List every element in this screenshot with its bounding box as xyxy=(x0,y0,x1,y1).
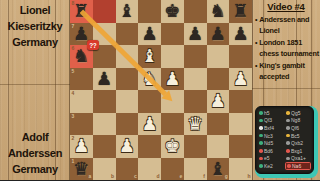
bullet-icon: • xyxy=(255,61,257,82)
player-bottom-label: Adolf Anderssen Germany xyxy=(0,129,70,177)
file-label-f: f xyxy=(203,174,205,179)
square-c6[interactable] xyxy=(116,45,139,68)
black-pawn[interactable]: ♟ xyxy=(184,23,207,46)
move-entry-13b[interactable]: Qg5 xyxy=(285,109,311,117)
square-f8[interactable] xyxy=(184,0,207,23)
square-d8[interactable] xyxy=(138,0,161,23)
move-text: Ng8 xyxy=(291,117,300,123)
move-text: Qf6 xyxy=(291,125,299,131)
black-queen[interactable]: ♛ xyxy=(70,158,93,181)
move-entry-18w[interactable]: Bd6 xyxy=(258,147,284,155)
move-text: Bxf4 xyxy=(264,125,274,131)
move-entry-13w[interactable]: h5 xyxy=(258,109,284,117)
square-b1[interactable]: b xyxy=(93,158,116,181)
square-e3[interactable] xyxy=(161,113,184,136)
move-text: Nd5 xyxy=(264,140,273,146)
bullet-icon: • xyxy=(255,38,257,59)
square-d1[interactable]: d xyxy=(138,158,161,181)
black-bishop[interactable]: ♝ xyxy=(207,158,230,181)
square-e4[interactable] xyxy=(161,90,184,113)
square-f1[interactable]: f xyxy=(184,158,207,181)
move-text: Qg5 xyxy=(291,110,300,116)
square-e1[interactable]: e xyxy=(161,158,184,181)
square-f2[interactable] xyxy=(184,135,207,158)
move-text: Bd6 xyxy=(264,148,273,154)
square-g4[interactable]: ♟ xyxy=(207,90,230,113)
move-text: Qf3 xyxy=(264,117,272,123)
move-text: Qxb2 xyxy=(291,140,303,146)
black-pawn[interactable]: ♟ xyxy=(138,23,161,46)
move-text: Qxa1+ xyxy=(291,155,306,161)
black-pawn[interactable]: ♟ xyxy=(207,23,230,46)
square-a3[interactable]: 3 xyxy=(70,113,93,136)
wood-seam xyxy=(0,84,70,85)
notes-item: • Anderssen and Lionel xyxy=(255,15,320,36)
move-entry-16b[interactable]: Bc5 xyxy=(285,132,311,140)
move-eval-icon xyxy=(286,126,290,130)
player-bottom-last-name: Anderssen xyxy=(0,145,70,161)
move-entry-20w[interactable]: Ke2 xyxy=(258,162,284,170)
square-d6[interactable]: ♝ xyxy=(138,45,161,68)
move-text: Na6 xyxy=(292,163,301,169)
player-top-last-name: Kieseritzky xyxy=(0,18,70,34)
move-entry-20b[interactable]: Na6 xyxy=(285,162,311,170)
move-eval-icon xyxy=(259,126,263,130)
square-h6[interactable] xyxy=(229,45,252,68)
square-h8[interactable]: ♜ xyxy=(229,0,252,23)
square-f6[interactable] xyxy=(184,45,207,68)
player-bottom-country: Germany xyxy=(0,161,70,177)
move-entry-15w[interactable]: Bxf4 xyxy=(258,124,284,132)
rank-label-5: 5 xyxy=(72,69,75,74)
square-c4[interactable] xyxy=(116,90,139,113)
square-c2[interactable]: ♟ xyxy=(116,135,139,158)
move-entry-19b[interactable]: Qxa1+ xyxy=(285,155,311,163)
square-e6[interactable] xyxy=(161,45,184,68)
move-text: h5 xyxy=(264,110,270,116)
square-a4[interactable]: 4 xyxy=(70,90,93,113)
square-b8[interactable] xyxy=(93,0,116,23)
player-bottom-first-name: Adolf xyxy=(0,129,70,145)
square-d2[interactable] xyxy=(138,135,161,158)
square-g2[interactable] xyxy=(207,135,230,158)
move-entry-16w[interactable]: Nc3 xyxy=(258,132,284,140)
move-text: e5 xyxy=(264,155,270,161)
file-label-h: h xyxy=(247,174,250,179)
square-c8[interactable]: ♝ xyxy=(116,0,139,23)
rank-label-4: 4 xyxy=(72,91,75,96)
square-f4[interactable] xyxy=(184,90,207,113)
square-d3[interactable]: ♟ xyxy=(138,113,161,136)
square-f5[interactable] xyxy=(184,68,207,91)
move-entry-19w[interactable]: e5 xyxy=(258,155,284,163)
move-eval-icon xyxy=(259,141,263,145)
move-entry-17b[interactable]: Qxb2 xyxy=(285,139,311,147)
move-eval-icon xyxy=(286,111,290,115)
black-king[interactable]: ♚ xyxy=(161,0,184,23)
square-h5[interactable]: ♟ xyxy=(229,68,252,91)
move-eval-icon xyxy=(286,119,290,123)
move-list: h5Qg5Qf3Ng8Bxf4Qf6Nc3Bc5Nd5Qxb2Bd6Bxg1e5… xyxy=(258,109,311,171)
square-f7[interactable]: ♟ xyxy=(184,23,207,46)
move-entry-14w[interactable]: Qf3 xyxy=(258,117,284,125)
square-g1[interactable]: g♝ xyxy=(207,158,230,181)
square-b3[interactable] xyxy=(93,113,116,136)
notes-item-text: London 1851 chess tournament xyxy=(259,38,320,59)
blunder-badge-text: ?? xyxy=(89,42,96,49)
white-pawn[interactable]: ♟ xyxy=(138,113,161,136)
notes-list: • Anderssen and Lionel • London 1851 che… xyxy=(252,15,320,82)
square-a5[interactable]: 5 xyxy=(70,68,93,91)
square-h4[interactable] xyxy=(229,90,252,113)
player-top-first-name: Lionel xyxy=(0,2,70,18)
square-g6[interactable] xyxy=(207,45,230,68)
square-e2[interactable]: ♚ xyxy=(161,135,184,158)
file-label-d: d xyxy=(156,174,159,179)
file-label-c: c xyxy=(134,174,137,179)
square-e7[interactable] xyxy=(161,23,184,46)
move-entry-14b[interactable]: Ng8 xyxy=(285,117,311,125)
square-c7[interactable] xyxy=(116,23,139,46)
square-c1[interactable]: c xyxy=(116,158,139,181)
move-eval-icon xyxy=(259,164,263,168)
move-eval-icon xyxy=(259,157,263,161)
square-a1[interactable]: 1a♛ xyxy=(70,158,93,181)
blunder-badge: ?? xyxy=(87,40,99,50)
black-rook[interactable]: ♜ xyxy=(229,0,252,23)
black-bishop[interactable]: ♝ xyxy=(116,0,139,23)
square-d5[interactable]: ♞ xyxy=(138,68,161,91)
chess-board: 8♜♝♚♞♜7♟♟♟♟♟6♞♝5♟♞♟♟4♟3♟♛2♟♟♚1a♛bcdefg♝h xyxy=(70,0,252,180)
square-g3[interactable] xyxy=(207,113,230,136)
move-text: Bc5 xyxy=(291,133,300,139)
black-rook[interactable]: ♜ xyxy=(70,0,93,23)
square-b4[interactable] xyxy=(93,90,116,113)
square-g5[interactable] xyxy=(207,68,230,91)
video-notes-panel: Video #4 • Anderssen and Lionel • London… xyxy=(252,1,320,84)
move-text: Ke2 xyxy=(264,163,273,169)
square-h3[interactable] xyxy=(229,113,252,136)
move-eval-icon xyxy=(259,149,263,153)
move-eval-icon xyxy=(259,134,263,138)
square-a8[interactable]: 8♜ xyxy=(70,0,93,23)
move-entry-18b[interactable]: Bxg1 xyxy=(285,147,311,155)
notes-item: • King's gambit accepted xyxy=(255,61,320,82)
square-e8[interactable]: ♚ xyxy=(161,0,184,23)
move-eval-icon xyxy=(287,164,291,168)
move-eval-icon xyxy=(286,141,290,145)
file-label-b: b xyxy=(111,174,114,179)
white-king[interactable]: ♚ xyxy=(161,135,184,158)
square-a2[interactable]: 2♟ xyxy=(70,135,93,158)
move-list-card: h5Qg5Qf3Ng8Bxf4Qf6Nc3Bc5Nd5Qxb2Bd6Bxg1e5… xyxy=(255,106,314,174)
player-top-country: Germany xyxy=(0,34,70,50)
move-eval-icon xyxy=(286,134,290,138)
square-d7[interactable]: ♟ xyxy=(138,23,161,46)
square-c3[interactable] xyxy=(116,113,139,136)
notes-item: • London 1851 chess tournament xyxy=(255,38,320,59)
notes-item-text: Anderssen and Lionel xyxy=(259,15,320,36)
black-knight[interactable]: ♞ xyxy=(207,0,230,23)
white-pawn[interactable]: ♟ xyxy=(207,90,230,113)
square-c5[interactable] xyxy=(116,68,139,91)
square-d4[interactable] xyxy=(138,90,161,113)
move-entry-15b[interactable]: Qf6 xyxy=(285,124,311,132)
white-pawn[interactable]: ♟ xyxy=(116,135,139,158)
move-eval-icon xyxy=(286,157,290,161)
square-g7[interactable]: ♟ xyxy=(207,23,230,46)
square-f3[interactable]: ♛ xyxy=(184,113,207,136)
player-top-label: Lionel Kieseritzky Germany xyxy=(0,2,70,50)
video-frame: Lionel Kieseritzky Germany Adolf Anderss… xyxy=(0,0,320,180)
wood-seam xyxy=(252,88,320,89)
white-pawn[interactable]: ♟ xyxy=(161,68,184,91)
move-text: Nc3 xyxy=(264,133,273,139)
square-h2[interactable] xyxy=(229,135,252,158)
move-list-panel: h5Qg5Qf3Ng8Bxf4Qf6Nc3Bc5Nd5Qxb2Bd6Bxg1e5… xyxy=(255,106,318,178)
black-pawn[interactable]: ♟ xyxy=(229,23,252,46)
square-h7[interactable]: ♟ xyxy=(229,23,252,46)
white-pawn[interactable]: ♟ xyxy=(70,135,93,158)
white-pawn[interactable]: ♟ xyxy=(229,68,252,91)
square-e5[interactable]: ♟ xyxy=(161,68,184,91)
move-text: Bxg1 xyxy=(291,148,302,154)
square-b5[interactable]: ♟ xyxy=(93,68,116,91)
notes-item-text: King's gambit accepted xyxy=(259,61,320,82)
move-eval-icon xyxy=(259,111,263,115)
move-entry-17w[interactable]: Nd5 xyxy=(258,139,284,147)
square-h1[interactable]: h xyxy=(229,158,252,181)
black-pawn[interactable]: ♟ xyxy=(93,68,116,91)
white-bishop[interactable]: ♝ xyxy=(138,45,161,68)
move-eval-icon xyxy=(286,149,290,153)
move-eval-icon xyxy=(259,119,263,123)
white-knight[interactable]: ♞ xyxy=(138,68,161,91)
white-queen[interactable]: ♛ xyxy=(184,113,207,136)
file-label-e: e xyxy=(179,174,182,179)
square-g8[interactable]: ♞ xyxy=(207,0,230,23)
notes-title: Video #4 xyxy=(252,1,320,12)
bullet-icon: • xyxy=(255,15,257,36)
square-b2[interactable] xyxy=(93,135,116,158)
rank-label-3: 3 xyxy=(72,114,75,119)
